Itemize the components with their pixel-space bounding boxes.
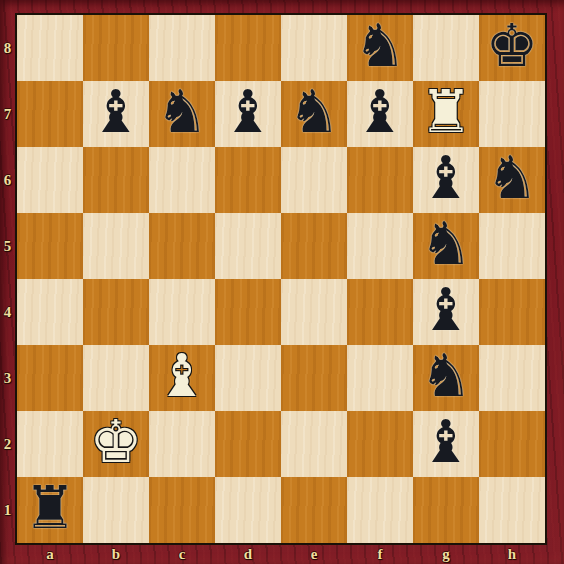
square-a2[interactable]: [17, 411, 83, 477]
square-a8[interactable]: [17, 15, 83, 81]
square-a7[interactable]: [17, 81, 83, 147]
square-g7[interactable]: ♜: [413, 81, 479, 147]
file-label-d: d: [215, 545, 281, 564]
file-label-g: g: [413, 545, 479, 564]
square-f1[interactable]: [347, 477, 413, 543]
file-labels: abcdefgh: [17, 545, 545, 564]
square-d3[interactable]: [215, 345, 281, 411]
chess-board-frame: 87654321 ♞♚♝♞♝♞♝♜♝♞♞♝♝♞♚♝♜ abcdefgh: [0, 0, 564, 564]
white-bishop-c3[interactable]: ♝: [156, 345, 209, 409]
square-d4[interactable]: [215, 279, 281, 345]
square-b8[interactable]: [83, 15, 149, 81]
square-d2[interactable]: [215, 411, 281, 477]
square-e2[interactable]: [281, 411, 347, 477]
white-king-b2[interactable]: ♚: [90, 411, 143, 475]
square-a6[interactable]: [17, 147, 83, 213]
square-e8[interactable]: [281, 15, 347, 81]
black-knight-f8[interactable]: ♞: [354, 15, 407, 79]
square-e4[interactable]: [281, 279, 347, 345]
square-c6[interactable]: [149, 147, 215, 213]
square-c2[interactable]: [149, 411, 215, 477]
square-g1[interactable]: [413, 477, 479, 543]
black-knight-g3[interactable]: ♞: [420, 345, 473, 409]
square-f7[interactable]: ♝: [347, 81, 413, 147]
square-e5[interactable]: [281, 213, 347, 279]
square-e7[interactable]: ♞: [281, 81, 347, 147]
square-f8[interactable]: ♞: [347, 15, 413, 81]
square-h7[interactable]: [479, 81, 545, 147]
black-knight-h6[interactable]: ♞: [486, 147, 539, 211]
square-b6[interactable]: [83, 147, 149, 213]
square-g5[interactable]: ♞: [413, 213, 479, 279]
square-g8[interactable]: [413, 15, 479, 81]
square-c4[interactable]: [149, 279, 215, 345]
square-g6[interactable]: ♝: [413, 147, 479, 213]
square-e3[interactable]: [281, 345, 347, 411]
square-f6[interactable]: [347, 147, 413, 213]
square-c5[interactable]: [149, 213, 215, 279]
square-d1[interactable]: [215, 477, 281, 543]
square-h2[interactable]: [479, 411, 545, 477]
square-d6[interactable]: [215, 147, 281, 213]
square-b1[interactable]: [83, 477, 149, 543]
square-f3[interactable]: [347, 345, 413, 411]
square-b4[interactable]: [83, 279, 149, 345]
square-b2[interactable]: ♚: [83, 411, 149, 477]
rank-label-4: 4: [0, 279, 15, 345]
square-d8[interactable]: [215, 15, 281, 81]
square-c3[interactable]: ♝: [149, 345, 215, 411]
rank-labels: 87654321: [0, 15, 15, 543]
rank-label-3: 3: [0, 345, 15, 411]
square-b5[interactable]: [83, 213, 149, 279]
rank-label-1: 1: [0, 477, 15, 543]
rank-label-2: 2: [0, 411, 15, 477]
square-e1[interactable]: [281, 477, 347, 543]
square-h4[interactable]: [479, 279, 545, 345]
square-a1[interactable]: ♜: [17, 477, 83, 543]
square-g2[interactable]: ♝: [413, 411, 479, 477]
square-d7[interactable]: ♝: [215, 81, 281, 147]
black-bishop-d7[interactable]: ♝: [222, 81, 275, 145]
rank-label-5: 5: [0, 213, 15, 279]
rank-label-8: 8: [0, 15, 15, 81]
square-h8[interactable]: ♚: [479, 15, 545, 81]
file-label-a: a: [17, 545, 83, 564]
file-label-c: c: [149, 545, 215, 564]
square-h1[interactable]: [479, 477, 545, 543]
black-knight-e7[interactable]: ♞: [288, 81, 341, 145]
square-c7[interactable]: ♞: [149, 81, 215, 147]
square-g4[interactable]: ♝: [413, 279, 479, 345]
black-knight-g5[interactable]: ♞: [420, 213, 473, 277]
square-a3[interactable]: [17, 345, 83, 411]
black-bishop-b7[interactable]: ♝: [90, 81, 143, 145]
square-h6[interactable]: ♞: [479, 147, 545, 213]
square-b3[interactable]: [83, 345, 149, 411]
square-e6[interactable]: [281, 147, 347, 213]
black-king-h8[interactable]: ♚: [486, 15, 539, 79]
square-b7[interactable]: ♝: [83, 81, 149, 147]
file-label-f: f: [347, 545, 413, 564]
chess-board: ♞♚♝♞♝♞♝♜♝♞♞♝♝♞♚♝♜: [15, 13, 547, 545]
black-rook-a1[interactable]: ♜: [24, 477, 77, 541]
file-label-e: e: [281, 545, 347, 564]
square-a5[interactable]: [17, 213, 83, 279]
rank-label-7: 7: [0, 81, 15, 147]
black-knight-c7[interactable]: ♞: [156, 81, 209, 145]
square-g3[interactable]: ♞: [413, 345, 479, 411]
white-rook-g7[interactable]: ♜: [420, 81, 473, 145]
square-a4[interactable]: [17, 279, 83, 345]
file-label-h: h: [479, 545, 545, 564]
square-f5[interactable]: [347, 213, 413, 279]
square-f2[interactable]: [347, 411, 413, 477]
square-c1[interactable]: [149, 477, 215, 543]
black-bishop-f7[interactable]: ♝: [354, 81, 407, 145]
file-label-b: b: [83, 545, 149, 564]
rank-label-6: 6: [0, 147, 15, 213]
square-h5[interactable]: [479, 213, 545, 279]
black-bishop-g4[interactable]: ♝: [420, 279, 473, 343]
black-bishop-g6[interactable]: ♝: [420, 147, 473, 211]
square-c8[interactable]: [149, 15, 215, 81]
square-d5[interactable]: [215, 213, 281, 279]
black-bishop-g2[interactable]: ♝: [420, 411, 473, 475]
square-h3[interactable]: [479, 345, 545, 411]
square-f4[interactable]: [347, 279, 413, 345]
